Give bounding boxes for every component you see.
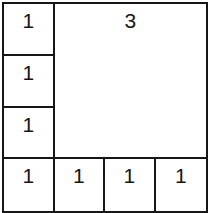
cell-label: 1 <box>22 108 34 135</box>
cell-label: 1 <box>123 159 135 186</box>
square-1-row4-col1: 1 <box>4 159 55 211</box>
square-1-row3-col1: 1 <box>4 108 55 160</box>
cell-label: 1 <box>22 159 34 186</box>
square-1-row4-col4: 1 <box>156 159 207 211</box>
cell-label: 1 <box>22 56 34 83</box>
square-3-region: 3 <box>55 4 207 159</box>
cell-label: 1 <box>22 4 34 31</box>
square-1-row1-col1: 1 <box>4 4 55 56</box>
cell-label: 1 <box>175 159 187 186</box>
square-1-row2-col1: 1 <box>4 56 55 108</box>
cell-label: 1 <box>73 159 85 186</box>
puzzle-board: 1 3 1 1 1 1 1 1 <box>2 2 208 213</box>
cell-label: 3 <box>124 4 136 31</box>
square-1-row4-col3: 1 <box>105 159 156 211</box>
square-1-row4-col2: 1 <box>55 159 106 211</box>
